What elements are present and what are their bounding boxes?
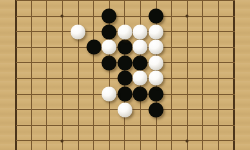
black-stone (102, 55, 117, 70)
stones (0, 0, 250, 150)
black-stone (149, 9, 164, 24)
white-stone (149, 40, 164, 55)
black-stone (102, 24, 117, 39)
white-stone (71, 24, 86, 39)
black-stone (133, 87, 148, 102)
white-stone (133, 40, 148, 55)
white-stone (117, 24, 132, 39)
white-stone (149, 55, 164, 70)
white-stone (149, 24, 164, 39)
white-stone (133, 71, 148, 86)
white-stone (102, 40, 117, 55)
black-stone (149, 102, 164, 117)
black-stone (117, 40, 132, 55)
white-stone (149, 71, 164, 86)
black-stone (133, 55, 148, 70)
gomoku-board[interactable] (0, 0, 250, 150)
black-stone (117, 71, 132, 86)
black-stone (102, 9, 117, 24)
black-stone (86, 40, 101, 55)
white-stone (102, 87, 117, 102)
white-stone (117, 102, 132, 117)
black-stone (117, 87, 132, 102)
white-stone (133, 24, 148, 39)
black-stone (149, 87, 164, 102)
black-stone (117, 55, 132, 70)
